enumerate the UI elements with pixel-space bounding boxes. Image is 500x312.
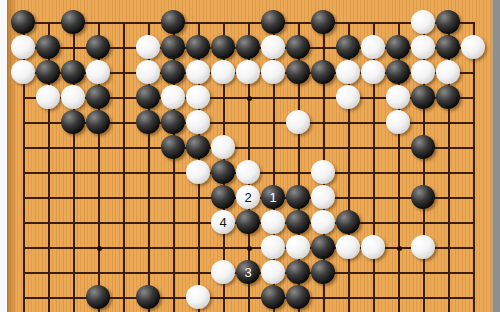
board-left-bevel (7, 0, 16, 312)
left-margin (0, 0, 7, 312)
right-margin (491, 0, 500, 312)
go-app-screenshot: 2143 (0, 0, 500, 312)
go-board[interactable] (7, 0, 491, 312)
